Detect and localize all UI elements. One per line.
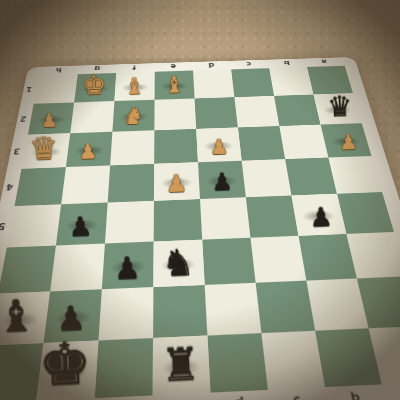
square-g5[interactable]: ♟ [56,203,108,246]
white-pawn-a3[interactable]: ♟ [339,132,358,153]
square-a4[interactable] [328,156,382,194]
square-f8[interactable] [95,338,153,398]
file-label-top-a: a [321,58,328,64]
square-d4[interactable]: ♟ [198,161,246,199]
square-c7[interactable] [256,281,316,334]
square-d5[interactable] [200,197,250,239]
square-g4[interactable] [61,165,110,204]
square-c4[interactable] [242,159,292,197]
square-e4[interactable]: ♟ [154,162,200,200]
square-g8[interactable]: ♚ [36,340,98,400]
white-pawn-d3[interactable]: ♟ [209,137,228,158]
square-f3[interactable] [110,130,154,165]
white-bishop-e1[interactable]: ♝ [164,73,185,96]
file-label-top-c: c [246,61,252,67]
square-d8[interactable] [207,333,268,393]
square-d3[interactable]: ♟ [196,127,241,162]
square-a6[interactable] [346,232,400,278]
square-d6[interactable] [202,238,255,285]
rank-label-left-5: 5 [0,221,6,231]
white-bishop-f1[interactable]: ♝ [124,74,145,97]
square-e8[interactable]: ♜ [153,336,211,396]
square-b5[interactable]: ♟ [291,194,346,236]
square-c2[interactable] [234,96,279,128]
rank-label-left-3: 3 [13,147,21,155]
rank-label-left-1: 1 [25,86,32,93]
square-h1[interactable] [34,74,78,104]
white-pawn-h2[interactable]: ♟ [40,111,58,131]
square-b1[interactable] [269,67,313,96]
square-a5[interactable] [337,192,394,234]
black-pawn-g5[interactable]: ♟ [68,213,93,240]
square-h5[interactable] [7,204,61,247]
square-f6[interactable]: ♟ [102,242,154,290]
square-h3[interactable]: ♛ [22,133,71,168]
file-label-top-b: b [283,60,290,66]
square-g2[interactable] [70,101,114,133]
square-e5[interactable] [154,199,203,242]
square-g1[interactable]: ♚ [74,73,116,102]
white-knight-f2[interactable]: ♞ [122,104,144,128]
black-queen-a2[interactable]: ♛ [327,92,353,121]
file-label-top-e: e [170,63,176,69]
board-grid: ♚♝♝♟♞♛♛♟♟♟♟♟♟♟♟♞♝♟♚♜ [0,66,400,400]
file-label-top-h: h [55,67,62,74]
square-e2[interactable] [154,98,196,130]
square-e1[interactable]: ♝ [155,71,195,100]
white-pawn-g3[interactable]: ♟ [78,141,98,163]
square-e6[interactable]: ♞ [153,240,204,287]
square-c5[interactable] [246,196,299,238]
square-c1[interactable] [231,68,274,97]
white-king-g1[interactable]: ♚ [81,71,106,99]
square-h6[interactable] [0,246,56,294]
square-a3[interactable]: ♟ [321,123,372,157]
photo-scene: ♚♝♝♟♞♛♛♟♟♟♟♟♟♟♟♞♝♟♚♜ hhggffeeddccbbaa123… [0,0,400,400]
black-knight-e6[interactable]: ♞ [161,244,195,282]
square-b2[interactable] [274,95,321,126]
white-queen-h3[interactable]: ♛ [29,132,59,164]
square-f5[interactable] [105,201,154,244]
rank-label-left-4: 4 [5,182,14,191]
square-f4[interactable] [108,164,155,203]
file-label-bottom-d: d [235,395,245,400]
file-label-top-d: d [208,62,214,68]
rank-label-left-2: 2 [19,115,27,123]
square-g6[interactable] [50,244,105,292]
file-label-bottom-c: c [292,392,302,400]
black-bishop-h7[interactable]: ♝ [0,294,37,339]
white-pawn-e4[interactable]: ♟ [165,171,187,196]
square-e7[interactable] [153,285,207,338]
square-h4[interactable] [14,167,65,206]
square-c3[interactable] [238,126,285,161]
black-pawn-d4[interactable]: ♟ [211,170,233,195]
square-d2[interactable] [195,97,238,129]
square-a2[interactable]: ♛ [314,93,362,124]
square-c8[interactable] [261,331,325,390]
square-c6[interactable] [250,236,306,283]
black-pawn-f6[interactable]: ♟ [113,252,141,283]
file-label-bottom-b: b [349,390,361,400]
square-f7[interactable] [98,287,153,340]
file-label-top-f: f [132,64,136,70]
square-d1[interactable] [193,69,234,98]
black-rook-e8[interactable]: ♜ [160,342,202,389]
square-e3[interactable] [154,129,198,164]
square-f1[interactable]: ♝ [114,72,154,101]
square-d7[interactable] [205,283,262,336]
black-king-g8[interactable]: ♚ [37,333,92,394]
black-pawn-b5[interactable]: ♟ [309,204,333,231]
square-g3[interactable]: ♟ [66,132,112,167]
photo-of-chess-position: { "game": "chess", "scene_description": … [0,0,400,400]
square-f2[interactable]: ♞ [112,100,154,132]
chess-board: ♚♝♝♟♞♛♛♟♟♟♟♟♟♟♟♞♝♟♚♜ hhggffeeddccbbaa123… [0,57,400,400]
